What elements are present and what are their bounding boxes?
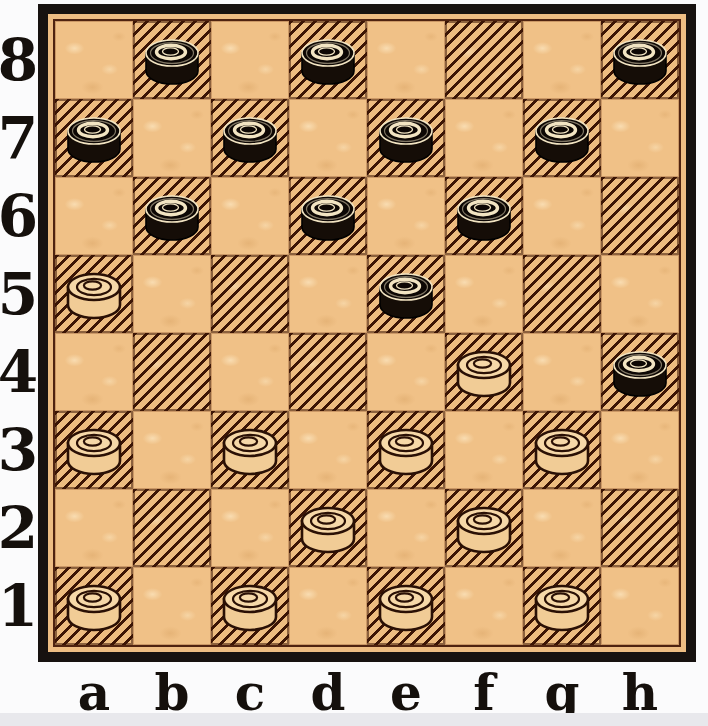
square-g8[interactable]: [523, 21, 601, 99]
square-h3[interactable]: [601, 411, 679, 489]
square-h4[interactable]: [601, 333, 679, 411]
square-g6[interactable]: [523, 177, 601, 255]
black-man-e5[interactable]: [372, 262, 440, 324]
white-man-a5[interactable]: [60, 262, 128, 324]
square-f4[interactable]: [445, 333, 523, 411]
square-a8[interactable]: [55, 21, 133, 99]
square-e4[interactable]: [367, 333, 445, 411]
square-a4[interactable]: [55, 333, 133, 411]
bottom-margin-strip: [0, 713, 708, 726]
square-e5[interactable]: [367, 255, 445, 333]
square-d6[interactable]: [289, 177, 367, 255]
square-h5[interactable]: [601, 255, 679, 333]
square-f8[interactable]: [445, 21, 523, 99]
square-a7[interactable]: [55, 99, 133, 177]
black-man-d6[interactable]: [294, 184, 362, 246]
white-man-f2[interactable]: [450, 496, 518, 558]
square-c3[interactable]: [211, 411, 289, 489]
square-e1[interactable]: [367, 567, 445, 645]
rank-label-2: 2: [0, 489, 36, 567]
square-c2[interactable]: [211, 489, 289, 567]
board-inner-border: [53, 19, 681, 647]
rank-labels: 87654321: [0, 21, 36, 645]
white-man-g3[interactable]: [528, 418, 596, 480]
square-b5[interactable]: [133, 255, 211, 333]
square-a5[interactable]: [55, 255, 133, 333]
square-h8[interactable]: [601, 21, 679, 99]
square-f1[interactable]: [445, 567, 523, 645]
black-man-b8[interactable]: [138, 28, 206, 90]
square-b3[interactable]: [133, 411, 211, 489]
board-grid: [55, 21, 679, 645]
square-a1[interactable]: [55, 567, 133, 645]
square-g7[interactable]: [523, 99, 601, 177]
square-c1[interactable]: [211, 567, 289, 645]
white-man-e1[interactable]: [372, 574, 440, 636]
square-h1[interactable]: [601, 567, 679, 645]
square-c4[interactable]: [211, 333, 289, 411]
rank-label-5: 5: [0, 255, 36, 333]
rank-label-8: 8: [0, 21, 36, 99]
square-e8[interactable]: [367, 21, 445, 99]
square-b8[interactable]: [133, 21, 211, 99]
square-c5[interactable]: [211, 255, 289, 333]
black-man-e7[interactable]: [372, 106, 440, 168]
rank-label-3: 3: [0, 411, 36, 489]
square-h6[interactable]: [601, 177, 679, 255]
square-h2[interactable]: [601, 489, 679, 567]
square-b6[interactable]: [133, 177, 211, 255]
rank-label-7: 7: [0, 99, 36, 177]
square-d2[interactable]: [289, 489, 367, 567]
black-man-c7[interactable]: [216, 106, 284, 168]
black-man-d8[interactable]: [294, 28, 362, 90]
checkers-diagram: 87654321 abcdefgh: [0, 0, 708, 726]
square-a6[interactable]: [55, 177, 133, 255]
white-man-g1[interactable]: [528, 574, 596, 636]
square-f2[interactable]: [445, 489, 523, 567]
square-c6[interactable]: [211, 177, 289, 255]
rank-label-4: 4: [0, 333, 36, 411]
square-b4[interactable]: [133, 333, 211, 411]
square-d7[interactable]: [289, 99, 367, 177]
square-d5[interactable]: [289, 255, 367, 333]
square-f5[interactable]: [445, 255, 523, 333]
square-g1[interactable]: [523, 567, 601, 645]
black-man-f6[interactable]: [450, 184, 518, 246]
white-man-c1[interactable]: [216, 574, 284, 636]
square-g5[interactable]: [523, 255, 601, 333]
black-man-a7[interactable]: [60, 106, 128, 168]
white-man-a3[interactable]: [60, 418, 128, 480]
square-f3[interactable]: [445, 411, 523, 489]
square-g3[interactable]: [523, 411, 601, 489]
square-f7[interactable]: [445, 99, 523, 177]
square-a3[interactable]: [55, 411, 133, 489]
square-a2[interactable]: [55, 489, 133, 567]
rank-label-1: 1: [0, 567, 36, 645]
rank-label-6: 6: [0, 177, 36, 255]
square-c8[interactable]: [211, 21, 289, 99]
square-e7[interactable]: [367, 99, 445, 177]
white-man-f4[interactable]: [450, 340, 518, 402]
board-frame: [38, 4, 696, 662]
black-man-g7[interactable]: [528, 106, 596, 168]
square-d1[interactable]: [289, 567, 367, 645]
square-d4[interactable]: [289, 333, 367, 411]
square-h7[interactable]: [601, 99, 679, 177]
black-man-h4[interactable]: [606, 340, 674, 402]
square-c7[interactable]: [211, 99, 289, 177]
square-g2[interactable]: [523, 489, 601, 567]
white-man-a1[interactable]: [60, 574, 128, 636]
square-b2[interactable]: [133, 489, 211, 567]
square-e3[interactable]: [367, 411, 445, 489]
square-g4[interactable]: [523, 333, 601, 411]
square-b7[interactable]: [133, 99, 211, 177]
square-d8[interactable]: [289, 21, 367, 99]
white-man-e3[interactable]: [372, 418, 440, 480]
white-man-c3[interactable]: [216, 418, 284, 480]
black-man-h8[interactable]: [606, 28, 674, 90]
black-man-b6[interactable]: [138, 184, 206, 246]
white-man-d2[interactable]: [294, 496, 362, 558]
square-d3[interactable]: [289, 411, 367, 489]
square-e2[interactable]: [367, 489, 445, 567]
square-b1[interactable]: [133, 567, 211, 645]
square-f6[interactable]: [445, 177, 523, 255]
square-e6[interactable]: [367, 177, 445, 255]
